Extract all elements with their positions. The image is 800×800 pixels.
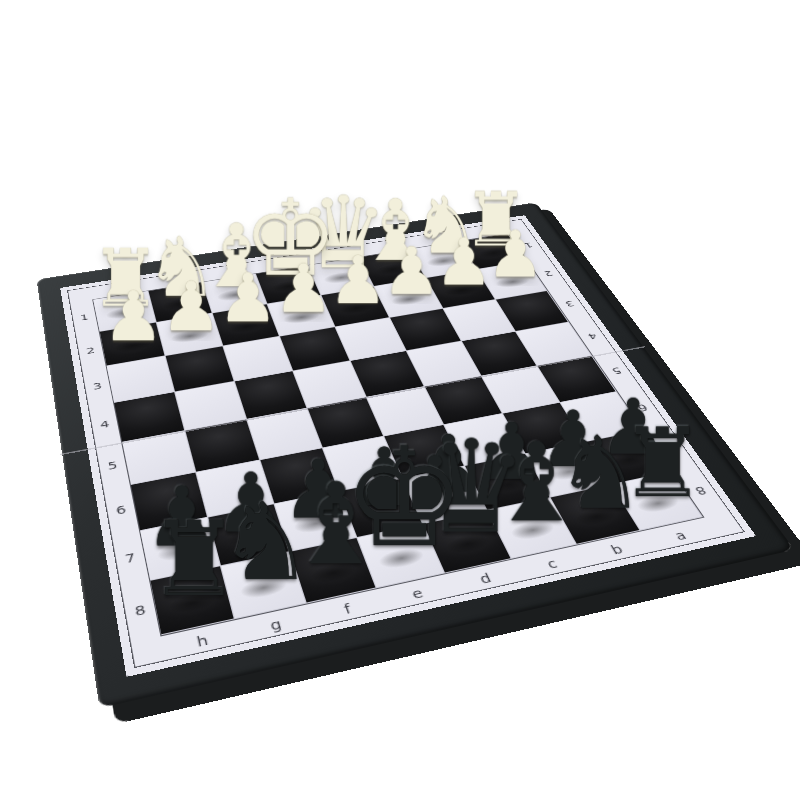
- board-border: ♜♞♝♚♛♝♞♜♟♟♟♟♟♟♟♟♟♟♟♟♟♟♟♟♜♞♝♚♛♝♞♜ 1234567…: [67, 219, 745, 668]
- white-pawn-g2[interactable]: ♟: [161, 273, 222, 341]
- product-photo-background: ♜♞♝♚♛♝♞♜♟♟♟♟♟♟♟♟♟♟♟♟♟♟♟♟♜♞♝♚♛♝♞♜ 1234567…: [0, 0, 800, 800]
- rank-label-left-3: 3: [86, 378, 108, 394]
- square-g4[interactable]: [175, 382, 246, 430]
- file-label-b: b: [602, 539, 633, 560]
- chessboard: ♜♞♝♚♛♝♞♜♟♟♟♟♟♟♟♟♟♟♟♟♟♟♟♟♜♞♝♚♛♝♞♜ 1234567…: [37, 202, 795, 708]
- square-h8[interactable]: ♜: [150, 566, 233, 634]
- white-pawn-f2[interactable]: ♟: [218, 264, 278, 331]
- file-label-a: a: [665, 525, 696, 545]
- rank-label-left-4: 4: [93, 416, 116, 433]
- rank-label-left-7: 7: [117, 548, 143, 569]
- board-frame: ♜♞♝♚♛♝♞♜♟♟♟♟♟♟♟♟♟♟♟♟♟♟♟♟♜♞♝♚♛♝♞♜ 1234567…: [37, 202, 795, 708]
- rank-label-left-2: 2: [80, 343, 101, 358]
- rank-label-left-6: 6: [109, 500, 134, 519]
- white-pawn-a2[interactable]: ♟: [487, 222, 545, 286]
- rank-label-right-3: 3: [558, 297, 582, 310]
- file-label-f: f: [333, 598, 363, 621]
- file-label-h: h: [188, 629, 217, 653]
- square-e4[interactable]: [293, 361, 365, 407]
- file-label-d: d: [470, 568, 500, 590]
- square-g2[interactable]: ♟: [157, 313, 223, 355]
- board-sheet: ♜♞♝♚♛♝♞♜♟♟♟♟♟♟♟♟♟♟♟♟♟♟♟♟♜♞♝♚♛♝♞♜ 1234567…: [60, 215, 756, 677]
- black-rook-h8[interactable]: ♜: [148, 508, 241, 612]
- white-pawn-d2[interactable]: ♟: [328, 247, 387, 313]
- white-pawn-c2[interactable]: ♟: [382, 238, 441, 304]
- file-label-g: g: [261, 613, 290, 637]
- white-pawn-e2[interactable]: ♟: [274, 255, 334, 322]
- rank-label-left-5: 5: [101, 457, 125, 475]
- square-h3[interactable]: [107, 356, 174, 402]
- white-pawn-h2[interactable]: ♟: [103, 282, 165, 351]
- board-grid: ♜♞♝♚♛♝♞♜♟♟♟♟♟♟♟♟♟♟♟♟♟♟♟♟♜♞♝♚♛♝♞♜: [92, 233, 704, 636]
- square-f2[interactable]: ♟: [213, 304, 279, 345]
- rank-label-right-4: 4: [580, 329, 605, 343]
- file-label-c: c: [537, 553, 567, 574]
- file-label-e: e: [402, 582, 432, 604]
- white-pawn-b2[interactable]: ♟: [435, 230, 493, 295]
